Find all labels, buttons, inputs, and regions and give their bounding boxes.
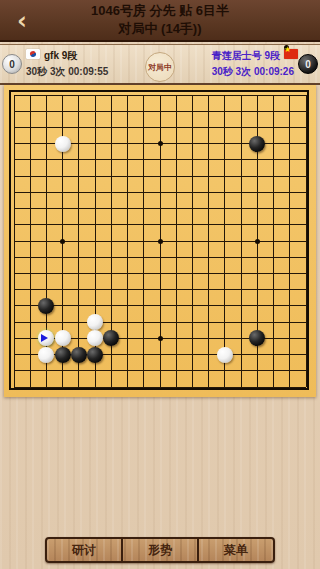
- stone-white: [87, 330, 103, 346]
- grid-line-h: [14, 305, 306, 306]
- star-point: [158, 239, 163, 244]
- grid-line-v: [208, 95, 209, 387]
- stone-white: [217, 347, 233, 363]
- white-captures-badge: 0: [2, 54, 22, 74]
- territory-button[interactable]: 形势: [121, 539, 197, 561]
- grid-line-h: [14, 289, 306, 290]
- star-point: [60, 239, 65, 244]
- stone-black: [55, 347, 71, 363]
- stone-white: [87, 314, 103, 330]
- china-flag-icon: ★: [284, 49, 298, 59]
- black-captures-badge: 0: [298, 54, 318, 74]
- grid-line-v: [192, 95, 193, 387]
- grid-line-v: [224, 95, 225, 387]
- page-title: 1046号房 分先 贴 6目半 对局中 (14手)): [91, 2, 229, 37]
- grid-line-v: [289, 95, 290, 387]
- grid-line-h: [14, 257, 306, 258]
- stone-black: [249, 330, 265, 346]
- grid-line-v: [176, 95, 177, 387]
- game-status-title: 对局中 (14手)): [91, 20, 229, 38]
- grid-line-h: [14, 273, 306, 274]
- board-grid[interactable]: [14, 95, 306, 387]
- right-player-name: 青莲居士号 9段: [212, 49, 280, 63]
- last-move-marker-icon: [41, 334, 48, 342]
- bottom-toolbar: 研讨 形势 菜单: [45, 537, 275, 563]
- taeguk-icon: [29, 50, 37, 58]
- stone-black: [38, 298, 54, 314]
- grid-line-v: [241, 95, 242, 387]
- grid-line-v: [273, 95, 274, 387]
- south-korea-flag-icon: [26, 49, 40, 59]
- stone-white: [38, 347, 54, 363]
- title-bar: ‹ 1046号房 分先 贴 6目半 对局中 (14手)): [0, 0, 320, 42]
- star-point: [158, 141, 163, 146]
- stone-white: [55, 330, 71, 346]
- grid-line-h: [14, 370, 306, 371]
- star-icon: ★: [284, 45, 289, 50]
- menu-button[interactable]: 菜单: [197, 539, 273, 561]
- right-player-timer: 30秒 3次 00:09:26: [212, 65, 294, 79]
- stone-white: [55, 136, 71, 152]
- discuss-button[interactable]: 研讨: [47, 539, 121, 561]
- status-badge: 对局中: [145, 52, 175, 82]
- stone-black: [103, 330, 119, 346]
- go-board[interactable]: [4, 85, 316, 397]
- player-bar: 0 gfk 9段 30秒 3次 00:09:55 对局中 青莲居士号 9段 ★ …: [0, 44, 320, 85]
- stone-black: [249, 136, 265, 152]
- star-point: [255, 239, 260, 244]
- back-button[interactable]: ‹: [6, 5, 38, 37]
- grid-line-v: [306, 95, 307, 387]
- stone-black: [71, 347, 87, 363]
- grid-line-h: [14, 387, 306, 388]
- room-title: 1046号房 分先 贴 6目半: [91, 2, 229, 20]
- left-player-name: gfk 9段: [44, 49, 77, 63]
- star-point: [158, 336, 163, 341]
- stone-black: [87, 347, 103, 363]
- left-player-timer: 30秒 3次 00:09:55: [26, 65, 108, 79]
- grid-line-h: [14, 322, 306, 323]
